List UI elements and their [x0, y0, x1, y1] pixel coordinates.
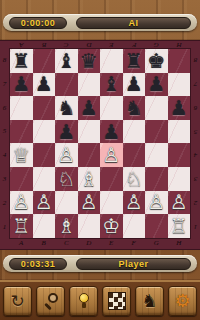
piece-black-bishop: ♝: [57, 51, 75, 71]
piece-white-pawn: ♙: [12, 192, 30, 212]
square-h7[interactable]: [168, 73, 191, 97]
piece-white-bishop: ♗: [57, 216, 75, 236]
piece-white-bishop: ♗: [80, 169, 98, 189]
piece-black-knight: ♞: [125, 98, 143, 118]
file-label: B: [33, 41, 56, 48]
piece-black-queen: ♛: [80, 51, 98, 71]
rank-labels-left: 87654321: [0, 48, 9, 239]
file-label: H: [168, 41, 191, 48]
magnifier-icon: [42, 292, 60, 310]
square-c7[interactable]: [55, 73, 78, 97]
lightbulb-icon: [75, 292, 93, 310]
toolbar: ↻ ♞ ⚙: [0, 280, 200, 320]
file-label: D: [78, 41, 101, 48]
rank-label: 7: [0, 72, 9, 96]
square-e8[interactable]: [100, 49, 123, 73]
chess-board: ABCDEFGH 87654321 ♜♝♛♜♚♟♟♝♟♟♞♟♞♟♟♟♕♙♙♘♗♘…: [0, 40, 200, 250]
piece-white-pawn: ♙: [80, 192, 98, 212]
file-label: A: [10, 239, 33, 249]
square-c8[interactable]: ♝: [55, 49, 78, 73]
square-a3[interactable]: [10, 167, 33, 191]
square-b4[interactable]: [33, 143, 56, 167]
piece-black-king: ♚: [147, 51, 165, 71]
piece-black-pawn: ♟: [80, 98, 98, 118]
file-label: B: [33, 239, 56, 249]
square-d2[interactable]: ♙: [78, 191, 101, 215]
piece-white-rook: ♖: [12, 216, 30, 236]
rank-label: 8: [0, 48, 9, 72]
square-f5[interactable]: [123, 120, 146, 144]
square-h2[interactable]: ♙: [168, 191, 191, 215]
file-label: H: [168, 239, 191, 249]
piece-black-pawn: ♟: [147, 74, 165, 94]
analyze-button[interactable]: [36, 286, 65, 316]
new-game-button[interactable]: ↻: [3, 286, 32, 316]
square-a1[interactable]: ♖: [10, 214, 33, 238]
rank-label: 2: [0, 191, 9, 215]
square-b5[interactable]: [33, 120, 56, 144]
square-f8[interactable]: ♜: [123, 49, 146, 73]
square-a7[interactable]: ♟: [10, 73, 33, 97]
rank-label: 5: [191, 120, 200, 144]
rank-label: 5: [0, 120, 9, 144]
ai-timer: 0:00:00: [9, 17, 67, 29]
square-c3[interactable]: ♘: [55, 167, 78, 191]
square-a4[interactable]: ♕: [10, 143, 33, 167]
rank-label: 4: [191, 143, 200, 167]
board-grid: ♜♝♛♜♚♟♟♝♟♟♞♟♞♟♟♟♕♙♙♘♗♘♙♙♙♙♙♙♖♗♔♖: [9, 48, 191, 239]
rank-label: 1: [191, 215, 200, 239]
square-c1[interactable]: ♗: [55, 214, 78, 238]
square-e2[interactable]: [100, 191, 123, 215]
file-label: D: [78, 239, 101, 249]
square-g4[interactable]: [145, 143, 168, 167]
rank-label: 6: [191, 96, 200, 120]
checkerboard-icon: [108, 292, 126, 310]
piece-white-pawn: ♙: [147, 192, 165, 212]
square-e6[interactable]: [100, 96, 123, 120]
square-g6[interactable]: [145, 96, 168, 120]
square-e4[interactable]: ♙: [100, 143, 123, 167]
piece-white-rook: ♖: [170, 216, 188, 236]
piece-white-queen: ♕: [12, 145, 30, 165]
piece-black-rook: ♜: [12, 51, 30, 71]
square-e3[interactable]: [100, 167, 123, 191]
square-a8[interactable]: ♜: [10, 49, 33, 73]
square-f7[interactable]: ♟: [123, 73, 146, 97]
square-g1[interactable]: [145, 214, 168, 238]
square-d1[interactable]: [78, 214, 101, 238]
rank-label: 2: [191, 191, 200, 215]
square-b8[interactable]: [33, 49, 56, 73]
rank-label: 3: [191, 167, 200, 191]
file-label: C: [55, 41, 78, 48]
square-g8[interactable]: ♚: [145, 49, 168, 73]
file-label: C: [55, 239, 78, 249]
square-f2[interactable]: ♙: [123, 191, 146, 215]
piece-black-pawn: ♟: [57, 122, 75, 142]
rank-label: 4: [0, 143, 9, 167]
file-label: G: [145, 41, 168, 48]
square-c6[interactable]: ♞: [55, 96, 78, 120]
piece-white-king: ♔: [102, 216, 120, 236]
square-c2[interactable]: [55, 191, 78, 215]
square-g7[interactable]: ♟: [145, 73, 168, 97]
square-a2[interactable]: ♙: [10, 191, 33, 215]
square-d7[interactable]: [78, 73, 101, 97]
square-a5[interactable]: [10, 120, 33, 144]
file-label: A: [10, 41, 33, 48]
square-e5[interactable]: ♟: [100, 120, 123, 144]
square-h4[interactable]: [168, 143, 191, 167]
square-e1[interactable]: ♔: [100, 214, 123, 238]
piece-black-rook: ♜: [125, 51, 143, 71]
square-g3[interactable]: [145, 167, 168, 191]
square-f6[interactable]: ♞: [123, 96, 146, 120]
square-h8[interactable]: [168, 49, 191, 73]
square-c5[interactable]: ♟: [55, 120, 78, 144]
knight-icon: ♞: [141, 292, 157, 310]
piece-white-pawn: ♙: [57, 145, 75, 165]
player-timer: 0:03:31: [9, 258, 67, 270]
gear-icon: ⚙: [174, 292, 190, 310]
hint-button[interactable]: [69, 286, 98, 316]
square-f4[interactable]: [123, 143, 146, 167]
rank-labels-right: 87654321: [191, 48, 200, 239]
square-b1[interactable]: [33, 214, 56, 238]
square-b3[interactable]: [33, 167, 56, 191]
square-a6[interactable]: [10, 96, 33, 120]
square-h3[interactable]: [168, 167, 191, 191]
file-label: F: [123, 239, 146, 249]
square-b6[interactable]: [33, 96, 56, 120]
file-label: G: [145, 239, 168, 249]
file-label: E: [100, 239, 123, 249]
opponent-status-bar: 0:00:00 AI: [3, 14, 197, 31]
board-style-button[interactable]: [102, 286, 131, 316]
square-h6[interactable]: ♟: [168, 96, 191, 120]
piece-black-pawn: ♟: [12, 74, 30, 94]
piece-black-pawn: ♟: [35, 74, 53, 94]
piece-black-pawn: ♟: [102, 122, 120, 142]
square-g2[interactable]: ♙: [145, 191, 168, 215]
piece-white-knight: ♘: [125, 169, 143, 189]
settings-button[interactable]: ⚙: [168, 286, 197, 316]
square-b2[interactable]: ♙: [33, 191, 56, 215]
square-d5[interactable]: [78, 120, 101, 144]
square-f3[interactable]: ♘: [123, 167, 146, 191]
square-f1[interactable]: [123, 214, 146, 238]
player-label: Player: [76, 258, 191, 270]
square-d3[interactable]: ♗: [78, 167, 101, 191]
file-labels-top: ABCDEFGH: [0, 41, 200, 48]
square-c4[interactable]: ♙: [55, 143, 78, 167]
ai-label: AI: [76, 17, 191, 29]
piece-white-pawn: ♙: [102, 145, 120, 165]
piece-white-pawn: ♙: [170, 192, 188, 212]
piece-black-knight: ♞: [57, 98, 75, 118]
piece-white-pawn: ♙: [35, 192, 53, 212]
piece-black-pawn: ♟: [170, 98, 188, 118]
rank-label: 1: [0, 215, 9, 239]
square-h1[interactable]: ♖: [168, 214, 191, 238]
circular-arrows-icon: ↻: [10, 293, 24, 310]
piece-white-knight: ♘: [57, 169, 75, 189]
rank-label: 3: [0, 167, 9, 191]
square-d6[interactable]: ♟: [78, 96, 101, 120]
square-h5[interactable]: [168, 120, 191, 144]
file-label: E: [100, 41, 123, 48]
rank-label: 8: [191, 48, 200, 72]
file-labels-bottom: ABCDEFGH: [0, 239, 200, 249]
rank-label: 7: [191, 72, 200, 96]
square-g5[interactable]: [145, 120, 168, 144]
piece-black-pawn: ♟: [125, 74, 143, 94]
file-label: F: [123, 41, 146, 48]
square-b7[interactable]: ♟: [33, 73, 56, 97]
piece-white-pawn: ♙: [125, 192, 143, 212]
square-d4[interactable]: [78, 143, 101, 167]
square-e7[interactable]: ♝: [100, 73, 123, 97]
pieces-button[interactable]: ♞: [135, 286, 164, 316]
chess-app: 0:00:00 AI ABCDEFGH 87654321 ♜♝♛♜♚♟♟♝♟♟♞…: [0, 0, 200, 320]
rank-label: 6: [0, 96, 9, 120]
piece-black-bishop: ♝: [102, 74, 120, 94]
player-status-bar: 0:03:31 Player: [3, 255, 197, 272]
square-d8[interactable]: ♛: [78, 49, 101, 73]
